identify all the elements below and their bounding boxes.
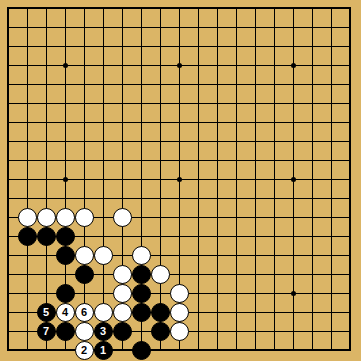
stone-white-d8 bbox=[56, 208, 75, 227]
stone-black-e5 bbox=[75, 265, 94, 284]
grid-line-vertical bbox=[255, 8, 256, 351]
star-point bbox=[291, 63, 296, 68]
stone-black-h1 bbox=[132, 341, 151, 360]
stone-white-k4 bbox=[170, 284, 189, 303]
stone-white-g4 bbox=[113, 284, 132, 303]
stone-white-c8 bbox=[37, 208, 56, 227]
stone-white-e1-move-2: 2 bbox=[75, 341, 94, 360]
grid-line-vertical bbox=[274, 8, 275, 351]
stone-black-d6 bbox=[56, 246, 75, 265]
star-point bbox=[63, 177, 68, 182]
grid-line-horizontal bbox=[8, 198, 351, 199]
stone-black-h4 bbox=[132, 284, 151, 303]
stone-black-g2 bbox=[113, 322, 132, 341]
grid-line-horizontal bbox=[8, 274, 351, 275]
star-point bbox=[177, 63, 182, 68]
stone-black-h3 bbox=[132, 303, 151, 322]
stone-black-d4 bbox=[56, 284, 75, 303]
stone-white-d3-move-4: 4 bbox=[56, 303, 75, 322]
star-point bbox=[291, 177, 296, 182]
grid-line-vertical bbox=[312, 8, 313, 351]
stone-white-f3 bbox=[94, 303, 113, 322]
stone-white-e3-move-6: 6 bbox=[75, 303, 94, 322]
grid-line-vertical bbox=[331, 8, 332, 351]
grid-line-vertical bbox=[236, 8, 237, 351]
stone-black-j3 bbox=[151, 303, 170, 322]
stone-black-c3-move-5: 5 bbox=[37, 303, 56, 322]
stone-white-e2 bbox=[75, 322, 94, 341]
stone-white-e6 bbox=[75, 246, 94, 265]
grid-line-vertical bbox=[217, 8, 218, 351]
stone-white-g5 bbox=[113, 265, 132, 284]
grid-line-vertical bbox=[198, 8, 199, 351]
stone-white-h6 bbox=[132, 246, 151, 265]
stone-black-b7 bbox=[18, 227, 37, 246]
stone-black-f2-move-3: 3 bbox=[94, 322, 113, 341]
stone-white-j5 bbox=[151, 265, 170, 284]
stone-black-c7 bbox=[37, 227, 56, 246]
stone-white-k2 bbox=[170, 322, 189, 341]
stone-black-d7 bbox=[56, 227, 75, 246]
stone-white-g3 bbox=[113, 303, 132, 322]
stone-black-j2 bbox=[151, 322, 170, 341]
stone-black-h5 bbox=[132, 265, 151, 284]
stone-white-b8 bbox=[18, 208, 37, 227]
stone-black-d2 bbox=[56, 322, 75, 341]
stone-black-c2-move-7: 7 bbox=[37, 322, 56, 341]
stone-black-f1-move-1: 1 bbox=[94, 341, 113, 360]
stone-white-e8 bbox=[75, 208, 94, 227]
star-point bbox=[63, 63, 68, 68]
stone-white-f6 bbox=[94, 246, 113, 265]
go-board[interactable]: 5467321 bbox=[0, 0, 361, 361]
star-point bbox=[177, 177, 182, 182]
stone-white-k3 bbox=[170, 303, 189, 322]
star-point bbox=[291, 291, 296, 296]
stone-white-g8 bbox=[113, 208, 132, 227]
